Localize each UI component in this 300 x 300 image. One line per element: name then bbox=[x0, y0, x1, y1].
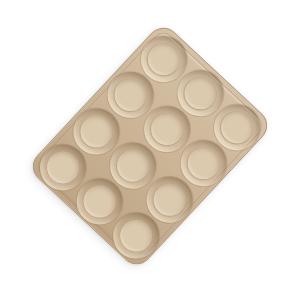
muffin-cup-floor bbox=[178, 71, 223, 116]
muffin-cup-floor bbox=[77, 179, 122, 224]
muffin-cup-floor bbox=[111, 143, 156, 188]
photo-background bbox=[0, 0, 300, 300]
muffin-cup-floor bbox=[40, 145, 85, 190]
muffin-cup-floor bbox=[114, 213, 159, 258]
muffin-cup-floor bbox=[214, 105, 259, 150]
muffin-cup-floor bbox=[141, 37, 186, 82]
cup-grid bbox=[163, 22, 273, 124]
muffin-cup-floor bbox=[144, 107, 189, 152]
muffin-cup-floor bbox=[147, 177, 192, 222]
muffin-cup-floor bbox=[108, 73, 153, 118]
muffin-pan bbox=[26, 21, 274, 271]
muffin-cup-floor bbox=[74, 109, 119, 154]
muffin-cup-floor bbox=[181, 141, 226, 186]
